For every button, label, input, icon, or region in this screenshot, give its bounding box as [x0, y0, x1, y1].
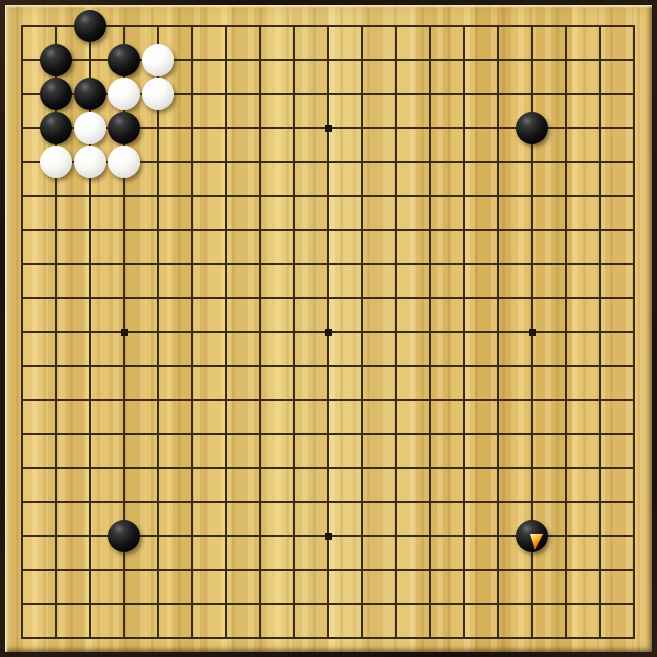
- intersection-G3[interactable]: [209, 553, 243, 587]
- intersection-R14[interactable]: [549, 179, 583, 213]
- intersection-A7[interactable]: [5, 417, 39, 451]
- intersection-D19[interactable]: [107, 9, 141, 43]
- intersection-B17[interactable]: [39, 77, 73, 111]
- intersection-E7[interactable]: [141, 417, 175, 451]
- intersection-E10[interactable]: [141, 315, 175, 349]
- intersection-Q17[interactable]: [515, 77, 549, 111]
- intersection-D5[interactable]: [107, 485, 141, 519]
- intersection-L17[interactable]: [345, 77, 379, 111]
- intersection-E13[interactable]: [141, 213, 175, 247]
- intersection-C17[interactable]: [73, 77, 107, 111]
- intersection-L13[interactable]: [345, 213, 379, 247]
- intersection-E4[interactable]: [141, 519, 175, 553]
- intersection-N10[interactable]: [413, 315, 447, 349]
- intersection-M13[interactable]: [379, 213, 413, 247]
- intersection-J18[interactable]: [277, 43, 311, 77]
- intersection-S5[interactable]: [583, 485, 617, 519]
- intersection-L6[interactable]: [345, 451, 379, 485]
- intersection-Q8[interactable]: [515, 383, 549, 417]
- intersection-J1[interactable]: [277, 621, 311, 655]
- intersection-F12[interactable]: [175, 247, 209, 281]
- intersection-L12[interactable]: [345, 247, 379, 281]
- intersection-O3[interactable]: [447, 553, 481, 587]
- intersection-F17[interactable]: [175, 77, 209, 111]
- intersection-J8[interactable]: [277, 383, 311, 417]
- intersection-M9[interactable]: [379, 349, 413, 383]
- intersection-A5[interactable]: [5, 485, 39, 519]
- intersection-F2[interactable]: [175, 587, 209, 621]
- intersection-S13[interactable]: [583, 213, 617, 247]
- intersection-E2[interactable]: [141, 587, 175, 621]
- intersection-R17[interactable]: [549, 77, 583, 111]
- intersection-O13[interactable]: [447, 213, 481, 247]
- intersection-J16[interactable]: [277, 111, 311, 145]
- intersection-Q16[interactable]: [515, 111, 549, 145]
- intersection-N18[interactable]: [413, 43, 447, 77]
- intersection-M18[interactable]: [379, 43, 413, 77]
- intersection-A16[interactable]: [5, 111, 39, 145]
- intersection-M12[interactable]: [379, 247, 413, 281]
- intersection-O1[interactable]: [447, 621, 481, 655]
- intersection-G12[interactable]: [209, 247, 243, 281]
- intersection-P14[interactable]: [481, 179, 515, 213]
- intersection-H11[interactable]: [243, 281, 277, 315]
- intersection-G18[interactable]: [209, 43, 243, 77]
- intersection-L1[interactable]: [345, 621, 379, 655]
- intersection-H4[interactable]: [243, 519, 277, 553]
- intersection-A1[interactable]: [5, 621, 39, 655]
- intersection-M7[interactable]: [379, 417, 413, 451]
- intersection-N6[interactable]: [413, 451, 447, 485]
- intersection-S11[interactable]: [583, 281, 617, 315]
- intersection-S16[interactable]: [583, 111, 617, 145]
- intersection-O14[interactable]: [447, 179, 481, 213]
- intersection-C3[interactable]: [73, 553, 107, 587]
- intersection-L16[interactable]: [345, 111, 379, 145]
- intersection-D2[interactable]: [107, 587, 141, 621]
- intersection-R1[interactable]: [549, 621, 583, 655]
- intersection-T10[interactable]: [617, 315, 651, 349]
- intersection-J5[interactable]: [277, 485, 311, 519]
- intersection-O2[interactable]: [447, 587, 481, 621]
- intersection-T4[interactable]: [617, 519, 651, 553]
- intersection-N4[interactable]: [413, 519, 447, 553]
- intersection-Q6[interactable]: [515, 451, 549, 485]
- intersection-H15[interactable]: [243, 145, 277, 179]
- intersection-F10[interactable]: [175, 315, 209, 349]
- intersection-J15[interactable]: [277, 145, 311, 179]
- intersection-Q1[interactable]: [515, 621, 549, 655]
- intersection-D12[interactable]: [107, 247, 141, 281]
- intersection-B16[interactable]: [39, 111, 73, 145]
- intersection-L7[interactable]: [345, 417, 379, 451]
- intersection-H16[interactable]: [243, 111, 277, 145]
- intersection-N19[interactable]: [413, 9, 447, 43]
- intersection-K17[interactable]: [311, 77, 345, 111]
- intersection-R7[interactable]: [549, 417, 583, 451]
- intersection-B2[interactable]: [39, 587, 73, 621]
- intersection-B5[interactable]: [39, 485, 73, 519]
- intersection-J3[interactable]: [277, 553, 311, 587]
- intersection-T3[interactable]: [617, 553, 651, 587]
- intersection-E9[interactable]: [141, 349, 175, 383]
- intersection-P2[interactable]: [481, 587, 515, 621]
- intersection-Q14[interactable]: [515, 179, 549, 213]
- intersection-R9[interactable]: [549, 349, 583, 383]
- intersection-S2[interactable]: [583, 587, 617, 621]
- intersection-F19[interactable]: [175, 9, 209, 43]
- intersection-J6[interactable]: [277, 451, 311, 485]
- intersection-G13[interactable]: [209, 213, 243, 247]
- intersection-T15[interactable]: [617, 145, 651, 179]
- intersection-E12[interactable]: [141, 247, 175, 281]
- intersection-B10[interactable]: [39, 315, 73, 349]
- intersection-E6[interactable]: [141, 451, 175, 485]
- intersection-D15[interactable]: [107, 145, 141, 179]
- intersection-G14[interactable]: [209, 179, 243, 213]
- intersection-B8[interactable]: [39, 383, 73, 417]
- intersection-K2[interactable]: [311, 587, 345, 621]
- intersection-O7[interactable]: [447, 417, 481, 451]
- intersection-C5[interactable]: [73, 485, 107, 519]
- intersection-A17[interactable]: [5, 77, 39, 111]
- intersection-L5[interactable]: [345, 485, 379, 519]
- intersection-B18[interactable]: [39, 43, 73, 77]
- intersection-B13[interactable]: [39, 213, 73, 247]
- intersection-A12[interactable]: [5, 247, 39, 281]
- intersection-Q18[interactable]: [515, 43, 549, 77]
- intersection-R2[interactable]: [549, 587, 583, 621]
- intersection-H3[interactable]: [243, 553, 277, 587]
- intersection-P18[interactable]: [481, 43, 515, 77]
- intersection-P8[interactable]: [481, 383, 515, 417]
- intersection-A9[interactable]: [5, 349, 39, 383]
- intersection-T2[interactable]: [617, 587, 651, 621]
- intersection-B9[interactable]: [39, 349, 73, 383]
- intersection-A18[interactable]: [5, 43, 39, 77]
- intersection-T5[interactable]: [617, 485, 651, 519]
- intersection-T9[interactable]: [617, 349, 651, 383]
- intersection-Q5[interactable]: [515, 485, 549, 519]
- intersection-C8[interactable]: [73, 383, 107, 417]
- intersection-P1[interactable]: [481, 621, 515, 655]
- intersection-J17[interactable]: [277, 77, 311, 111]
- intersection-N3[interactable]: [413, 553, 447, 587]
- intersection-G6[interactable]: [209, 451, 243, 485]
- intersection-P6[interactable]: [481, 451, 515, 485]
- intersection-C6[interactable]: [73, 451, 107, 485]
- intersection-B19[interactable]: [39, 9, 73, 43]
- intersection-L18[interactable]: [345, 43, 379, 77]
- intersection-R6[interactable]: [549, 451, 583, 485]
- intersection-S7[interactable]: [583, 417, 617, 451]
- intersection-E17[interactable]: [141, 77, 175, 111]
- intersection-M16[interactable]: [379, 111, 413, 145]
- intersection-N12[interactable]: [413, 247, 447, 281]
- intersection-G4[interactable]: [209, 519, 243, 553]
- intersection-C13[interactable]: [73, 213, 107, 247]
- intersection-O11[interactable]: [447, 281, 481, 315]
- intersection-S19[interactable]: [583, 9, 617, 43]
- intersection-J14[interactable]: [277, 179, 311, 213]
- intersection-K5[interactable]: [311, 485, 345, 519]
- intersection-N11[interactable]: [413, 281, 447, 315]
- intersection-F8[interactable]: [175, 383, 209, 417]
- intersection-M10[interactable]: [379, 315, 413, 349]
- intersection-T16[interactable]: [617, 111, 651, 145]
- intersection-T19[interactable]: [617, 9, 651, 43]
- intersection-O8[interactable]: [447, 383, 481, 417]
- intersection-J9[interactable]: [277, 349, 311, 383]
- intersection-B6[interactable]: [39, 451, 73, 485]
- intersection-E1[interactable]: [141, 621, 175, 655]
- intersection-C15[interactable]: [73, 145, 107, 179]
- intersection-P4[interactable]: [481, 519, 515, 553]
- intersection-L19[interactable]: [345, 9, 379, 43]
- intersection-N1[interactable]: [413, 621, 447, 655]
- intersection-P11[interactable]: [481, 281, 515, 315]
- intersection-K9[interactable]: [311, 349, 345, 383]
- intersection-R15[interactable]: [549, 145, 583, 179]
- intersection-Q15[interactable]: [515, 145, 549, 179]
- intersection-K8[interactable]: [311, 383, 345, 417]
- intersection-P17[interactable]: [481, 77, 515, 111]
- intersection-P13[interactable]: [481, 213, 515, 247]
- intersection-L2[interactable]: [345, 587, 379, 621]
- intersection-T18[interactable]: [617, 43, 651, 77]
- intersection-L10[interactable]: [345, 315, 379, 349]
- intersection-M3[interactable]: [379, 553, 413, 587]
- intersection-N8[interactable]: [413, 383, 447, 417]
- intersection-A4[interactable]: [5, 519, 39, 553]
- intersection-C19[interactable]: [73, 9, 107, 43]
- intersection-B14[interactable]: [39, 179, 73, 213]
- intersection-N9[interactable]: [413, 349, 447, 383]
- intersection-C2[interactable]: [73, 587, 107, 621]
- intersection-M8[interactable]: [379, 383, 413, 417]
- intersection-B11[interactable]: [39, 281, 73, 315]
- intersection-N2[interactable]: [413, 587, 447, 621]
- intersection-H9[interactable]: [243, 349, 277, 383]
- intersection-A8[interactable]: [5, 383, 39, 417]
- intersection-L14[interactable]: [345, 179, 379, 213]
- intersection-T12[interactable]: [617, 247, 651, 281]
- intersection-D9[interactable]: [107, 349, 141, 383]
- intersection-D7[interactable]: [107, 417, 141, 451]
- intersection-E8[interactable]: [141, 383, 175, 417]
- intersection-T13[interactable]: [617, 213, 651, 247]
- intersection-P16[interactable]: [481, 111, 515, 145]
- intersection-M19[interactable]: [379, 9, 413, 43]
- intersection-H8[interactable]: [243, 383, 277, 417]
- intersection-F4[interactable]: [175, 519, 209, 553]
- intersection-O17[interactable]: [447, 77, 481, 111]
- intersection-F14[interactable]: [175, 179, 209, 213]
- intersection-K13[interactable]: [311, 213, 345, 247]
- intersection-K19[interactable]: [311, 9, 345, 43]
- intersection-H6[interactable]: [243, 451, 277, 485]
- intersection-F3[interactable]: [175, 553, 209, 587]
- intersection-F5[interactable]: [175, 485, 209, 519]
- intersection-Q2[interactable]: [515, 587, 549, 621]
- intersection-O19[interactable]: [447, 9, 481, 43]
- intersection-A19[interactable]: [5, 9, 39, 43]
- intersection-C4[interactable]: [73, 519, 107, 553]
- intersection-L3[interactable]: [345, 553, 379, 587]
- intersection-E11[interactable]: [141, 281, 175, 315]
- intersection-A15[interactable]: [5, 145, 39, 179]
- intersection-M11[interactable]: [379, 281, 413, 315]
- intersection-M6[interactable]: [379, 451, 413, 485]
- intersection-D3[interactable]: [107, 553, 141, 587]
- intersection-H12[interactable]: [243, 247, 277, 281]
- intersection-L15[interactable]: [345, 145, 379, 179]
- intersection-G10[interactable]: [209, 315, 243, 349]
- intersection-S4[interactable]: [583, 519, 617, 553]
- intersection-J13[interactable]: [277, 213, 311, 247]
- intersection-J10[interactable]: [277, 315, 311, 349]
- intersection-O18[interactable]: [447, 43, 481, 77]
- intersection-H19[interactable]: [243, 9, 277, 43]
- intersection-Q3[interactable]: [515, 553, 549, 587]
- intersection-K4[interactable]: [311, 519, 345, 553]
- intersection-G15[interactable]: [209, 145, 243, 179]
- intersection-K18[interactable]: [311, 43, 345, 77]
- intersection-M1[interactable]: [379, 621, 413, 655]
- intersection-K14[interactable]: [311, 179, 345, 213]
- intersection-E19[interactable]: [141, 9, 175, 43]
- intersection-M4[interactable]: [379, 519, 413, 553]
- intersection-S8[interactable]: [583, 383, 617, 417]
- intersection-J12[interactable]: [277, 247, 311, 281]
- intersection-M15[interactable]: [379, 145, 413, 179]
- intersection-D1[interactable]: [107, 621, 141, 655]
- intersection-R3[interactable]: [549, 553, 583, 587]
- intersection-O15[interactable]: [447, 145, 481, 179]
- intersection-A6[interactable]: [5, 451, 39, 485]
- intersection-K15[interactable]: [311, 145, 345, 179]
- intersection-S14[interactable]: [583, 179, 617, 213]
- intersection-H13[interactable]: [243, 213, 277, 247]
- intersection-D16[interactable]: [107, 111, 141, 145]
- intersection-D14[interactable]: [107, 179, 141, 213]
- intersection-F15[interactable]: [175, 145, 209, 179]
- intersection-E16[interactable]: [141, 111, 175, 145]
- intersection-A3[interactable]: [5, 553, 39, 587]
- intersection-A11[interactable]: [5, 281, 39, 315]
- intersection-T7[interactable]: [617, 417, 651, 451]
- intersection-Q9[interactable]: [515, 349, 549, 383]
- intersection-E14[interactable]: [141, 179, 175, 213]
- intersection-Q11[interactable]: [515, 281, 549, 315]
- intersection-S15[interactable]: [583, 145, 617, 179]
- intersection-T1[interactable]: [617, 621, 651, 655]
- intersection-S3[interactable]: [583, 553, 617, 587]
- intersection-A2[interactable]: [5, 587, 39, 621]
- intersection-P10[interactable]: [481, 315, 515, 349]
- intersection-P7[interactable]: [481, 417, 515, 451]
- intersection-A14[interactable]: [5, 179, 39, 213]
- intersection-O16[interactable]: [447, 111, 481, 145]
- intersection-P3[interactable]: [481, 553, 515, 587]
- intersection-C12[interactable]: [73, 247, 107, 281]
- intersection-S18[interactable]: [583, 43, 617, 77]
- intersection-G11[interactable]: [209, 281, 243, 315]
- intersection-O12[interactable]: [447, 247, 481, 281]
- intersection-G17[interactable]: [209, 77, 243, 111]
- intersection-L11[interactable]: [345, 281, 379, 315]
- intersection-N7[interactable]: [413, 417, 447, 451]
- intersection-C7[interactable]: [73, 417, 107, 451]
- intersection-N16[interactable]: [413, 111, 447, 145]
- intersection-K1[interactable]: [311, 621, 345, 655]
- intersection-O5[interactable]: [447, 485, 481, 519]
- intersection-D17[interactable]: [107, 77, 141, 111]
- intersection-H1[interactable]: [243, 621, 277, 655]
- intersection-R18[interactable]: [549, 43, 583, 77]
- intersection-K10[interactable]: [311, 315, 345, 349]
- intersection-F7[interactable]: [175, 417, 209, 451]
- intersection-C16[interactable]: [73, 111, 107, 145]
- intersection-F9[interactable]: [175, 349, 209, 383]
- intersection-O10[interactable]: [447, 315, 481, 349]
- intersection-Q12[interactable]: [515, 247, 549, 281]
- intersection-T17[interactable]: [617, 77, 651, 111]
- intersection-G2[interactable]: [209, 587, 243, 621]
- intersection-S1[interactable]: [583, 621, 617, 655]
- intersection-O6[interactable]: [447, 451, 481, 485]
- intersection-P5[interactable]: [481, 485, 515, 519]
- intersection-H5[interactable]: [243, 485, 277, 519]
- intersection-S6[interactable]: [583, 451, 617, 485]
- intersection-R10[interactable]: [549, 315, 583, 349]
- intersection-B15[interactable]: [39, 145, 73, 179]
- intersection-N17[interactable]: [413, 77, 447, 111]
- intersection-R11[interactable]: [549, 281, 583, 315]
- intersection-K12[interactable]: [311, 247, 345, 281]
- intersection-D4[interactable]: [107, 519, 141, 553]
- intersection-C11[interactable]: [73, 281, 107, 315]
- intersection-K3[interactable]: [311, 553, 345, 587]
- intersection-G1[interactable]: [209, 621, 243, 655]
- intersection-M2[interactable]: [379, 587, 413, 621]
- intersection-H18[interactable]: [243, 43, 277, 77]
- intersection-B12[interactable]: [39, 247, 73, 281]
- intersection-J19[interactable]: [277, 9, 311, 43]
- intersection-T11[interactable]: [617, 281, 651, 315]
- intersection-P15[interactable]: [481, 145, 515, 179]
- intersection-C9[interactable]: [73, 349, 107, 383]
- intersection-N5[interactable]: [413, 485, 447, 519]
- intersection-H14[interactable]: [243, 179, 277, 213]
- intersection-F11[interactable]: [175, 281, 209, 315]
- intersection-K6[interactable]: [311, 451, 345, 485]
- intersection-Q7[interactable]: [515, 417, 549, 451]
- intersection-D6[interactable]: [107, 451, 141, 485]
- intersection-C18[interactable]: [73, 43, 107, 77]
- intersection-L8[interactable]: [345, 383, 379, 417]
- intersection-N13[interactable]: [413, 213, 447, 247]
- intersection-H10[interactable]: [243, 315, 277, 349]
- intersection-Q13[interactable]: [515, 213, 549, 247]
- intersection-S12[interactable]: [583, 247, 617, 281]
- intersection-B4[interactable]: [39, 519, 73, 553]
- intersection-G16[interactable]: [209, 111, 243, 145]
- intersection-T14[interactable]: [617, 179, 651, 213]
- intersection-K7[interactable]: [311, 417, 345, 451]
- intersection-T8[interactable]: [617, 383, 651, 417]
- intersection-H7[interactable]: [243, 417, 277, 451]
